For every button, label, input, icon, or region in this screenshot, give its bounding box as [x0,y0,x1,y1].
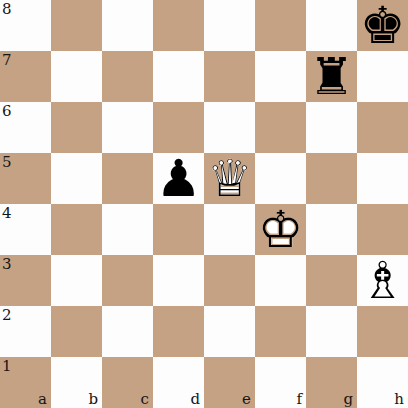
file-label-f: f [296,392,302,407]
square-a4[interactable]: 4 [0,204,51,255]
file-label-e: e [242,392,251,407]
square-g6[interactable] [306,102,357,153]
square-e4[interactable] [204,204,255,255]
square-b1[interactable]: b [51,357,102,408]
square-e3[interactable] [204,255,255,306]
square-a5[interactable]: 5 [0,153,51,204]
white-bishop-piece: ♝♗ [357,255,408,306]
square-g3[interactable] [306,255,357,306]
square-d8[interactable] [153,0,204,51]
square-b4[interactable] [51,204,102,255]
square-d6[interactable] [153,102,204,153]
square-h1[interactable]: h [357,357,408,408]
square-f2[interactable] [255,306,306,357]
square-d3[interactable] [153,255,204,306]
square-d1[interactable]: d [153,357,204,408]
square-h6[interactable] [357,102,408,153]
file-label-d: d [190,392,200,407]
rank-label-4: 4 [2,206,12,221]
square-h3[interactable]: ♝♗ [357,255,408,306]
square-c5[interactable] [102,153,153,204]
square-f7[interactable] [255,51,306,102]
square-h2[interactable] [357,306,408,357]
square-g7[interactable]: ♜ [306,51,357,102]
square-b5[interactable] [51,153,102,204]
square-e7[interactable] [204,51,255,102]
square-e6[interactable] [204,102,255,153]
square-c8[interactable] [102,0,153,51]
black-rook-glyph: ♜ [306,51,357,102]
square-e2[interactable] [204,306,255,357]
square-e8[interactable] [204,0,255,51]
square-e5[interactable]: ♛♕ [204,153,255,204]
square-a3[interactable]: 3 [0,255,51,306]
square-f3[interactable] [255,255,306,306]
square-f4[interactable]: ♚♔ [255,204,306,255]
file-label-a: a [38,392,47,407]
square-a6[interactable]: 6 [0,102,51,153]
square-b2[interactable] [51,306,102,357]
square-g4[interactable] [306,204,357,255]
square-f5[interactable] [255,153,306,204]
square-a2[interactable]: 2 [0,306,51,357]
square-c4[interactable] [102,204,153,255]
white-king-glyph: ♔ [255,204,306,255]
square-c1[interactable]: c [102,357,153,408]
square-d4[interactable] [153,204,204,255]
square-h8[interactable]: ♚ [357,0,408,51]
file-label-b: b [88,392,98,407]
rank-label-7: 7 [2,53,12,68]
file-label-c: c [141,392,149,407]
black-rook-piece: ♜ [306,51,357,102]
rank-label-8: 8 [2,2,12,17]
square-e1[interactable]: e [204,357,255,408]
white-queen-piece: ♛♕ [204,153,255,204]
square-b3[interactable] [51,255,102,306]
rank-label-2: 2 [2,308,12,323]
rank-label-3: 3 [2,257,12,272]
square-b6[interactable] [51,102,102,153]
square-c3[interactable] [102,255,153,306]
black-king-piece: ♚ [357,0,408,51]
file-label-h: h [394,392,404,407]
rank-label-6: 6 [2,104,12,119]
square-a1[interactable]: 1a [0,357,51,408]
square-b7[interactable] [51,51,102,102]
square-f1[interactable]: f [255,357,306,408]
square-g8[interactable] [306,0,357,51]
square-h7[interactable] [357,51,408,102]
black-king-glyph: ♚ [357,0,408,51]
square-d2[interactable] [153,306,204,357]
square-g5[interactable] [306,153,357,204]
chessboard: 8♚7♜65♟♛♕4♚♔3♝♗21abcdefgh [0,0,408,408]
white-king-piece: ♚♔ [255,204,306,255]
rank-label-5: 5 [2,155,12,170]
square-g2[interactable] [306,306,357,357]
black-pawn-piece: ♟ [153,153,204,204]
file-label-g: g [343,392,353,407]
square-h4[interactable] [357,204,408,255]
rank-label-1: 1 [2,359,12,374]
square-a8[interactable]: 8 [0,0,51,51]
white-bishop-glyph: ♗ [357,255,408,306]
black-pawn-glyph: ♟ [153,153,204,204]
square-b8[interactable] [51,0,102,51]
square-f6[interactable] [255,102,306,153]
square-g1[interactable]: g [306,357,357,408]
square-a7[interactable]: 7 [0,51,51,102]
square-h5[interactable] [357,153,408,204]
square-f8[interactable] [255,0,306,51]
square-c6[interactable] [102,102,153,153]
square-c2[interactable] [102,306,153,357]
square-d5[interactable]: ♟ [153,153,204,204]
white-queen-glyph: ♕ [204,153,255,204]
square-d7[interactable] [153,51,204,102]
square-c7[interactable] [102,51,153,102]
